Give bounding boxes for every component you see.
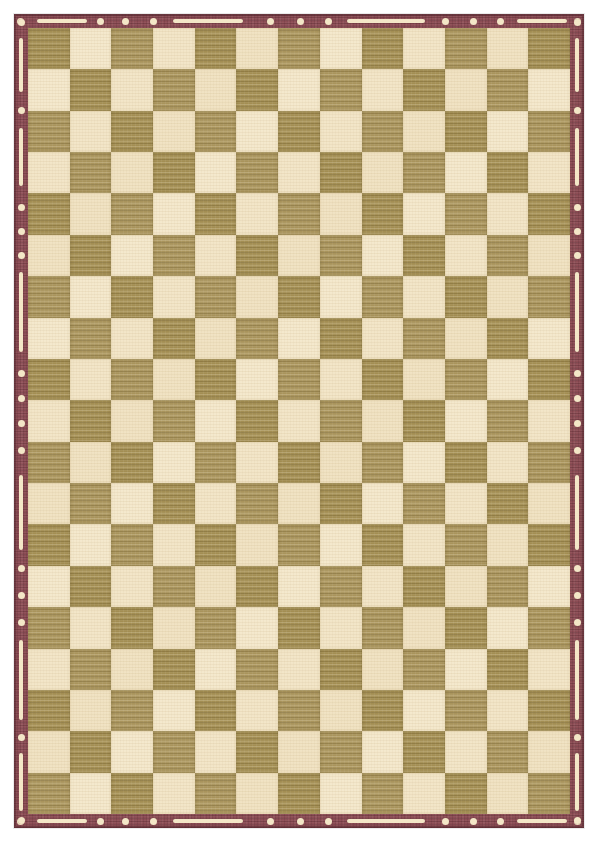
- board-square[interactable]: [278, 193, 320, 234]
- board-square[interactable]: [28, 318, 70, 359]
- board-square[interactable]: [362, 400, 404, 441]
- board-square[interactable]: [195, 524, 237, 565]
- board-square[interactable]: [195, 111, 237, 152]
- board-square[interactable]: [111, 607, 153, 648]
- board-square[interactable]: [236, 359, 278, 400]
- board-square[interactable]: [153, 193, 195, 234]
- board-square[interactable]: [362, 69, 404, 110]
- board-square[interactable]: [153, 442, 195, 483]
- board-square[interactable]: [195, 152, 237, 193]
- border-dot: [97, 818, 104, 825]
- board-square[interactable]: [153, 649, 195, 690]
- board-square[interactable]: [445, 690, 487, 731]
- board-square[interactable]: [528, 276, 570, 317]
- board-square[interactable]: [487, 483, 529, 524]
- board-square[interactable]: [445, 69, 487, 110]
- board-square[interactable]: [278, 773, 320, 814]
- board-square[interactable]: [362, 276, 404, 317]
- board-square[interactable]: [362, 483, 404, 524]
- board-square[interactable]: [528, 566, 570, 607]
- board-square[interactable]: [153, 235, 195, 276]
- board-square[interactable]: [362, 773, 404, 814]
- board-square[interactable]: [236, 566, 278, 607]
- board-square[interactable]: [445, 318, 487, 359]
- board-square[interactable]: [195, 442, 237, 483]
- board-square[interactable]: [111, 649, 153, 690]
- border-dash: [575, 128, 579, 186]
- board-square[interactable]: [195, 649, 237, 690]
- board-square[interactable]: [320, 773, 362, 814]
- board-square[interactable]: [28, 649, 70, 690]
- board-square[interactable]: [362, 607, 404, 648]
- board-square[interactable]: [70, 566, 112, 607]
- board-square[interactable]: [403, 276, 445, 317]
- board-square[interactable]: [403, 193, 445, 234]
- border-dot: [150, 18, 157, 25]
- board-square[interactable]: [195, 607, 237, 648]
- board-square[interactable]: [320, 442, 362, 483]
- border-dot: [497, 18, 504, 25]
- board-square[interactable]: [111, 276, 153, 317]
- board-square[interactable]: [236, 318, 278, 359]
- board-square[interactable]: [403, 524, 445, 565]
- board-square[interactable]: [362, 318, 404, 359]
- board-square[interactable]: [153, 607, 195, 648]
- board-square[interactable]: [445, 566, 487, 607]
- board-square[interactable]: [403, 607, 445, 648]
- board-square[interactable]: [236, 400, 278, 441]
- board-square[interactable]: [403, 235, 445, 276]
- board-square[interactable]: [28, 442, 70, 483]
- board-square[interactable]: [487, 607, 529, 648]
- board-square[interactable]: [445, 235, 487, 276]
- board-square[interactable]: [487, 524, 529, 565]
- board-square[interactable]: [28, 193, 70, 234]
- board-square[interactable]: [362, 690, 404, 731]
- board-square[interactable]: [111, 773, 153, 814]
- board-square[interactable]: [487, 566, 529, 607]
- border-dot: [18, 252, 25, 259]
- board-square[interactable]: [236, 773, 278, 814]
- board-square[interactable]: [111, 524, 153, 565]
- board-square[interactable]: [28, 152, 70, 193]
- board-square[interactable]: [153, 318, 195, 359]
- board-square[interactable]: [153, 276, 195, 317]
- board-square[interactable]: [28, 111, 70, 152]
- board-square[interactable]: [445, 111, 487, 152]
- board-square[interactable]: [528, 442, 570, 483]
- board-square[interactable]: [278, 28, 320, 69]
- border-dot: [470, 818, 477, 825]
- border-dot: [97, 18, 104, 25]
- board-square[interactable]: [362, 649, 404, 690]
- board-square[interactable]: [28, 773, 70, 814]
- board-square[interactable]: [195, 276, 237, 317]
- board-square[interactable]: [236, 235, 278, 276]
- board-square[interactable]: [528, 359, 570, 400]
- board-square[interactable]: [320, 649, 362, 690]
- board-square[interactable]: [111, 28, 153, 69]
- board-square[interactable]: [487, 152, 529, 193]
- board-square[interactable]: [153, 731, 195, 772]
- board-square[interactable]: [403, 28, 445, 69]
- board-square[interactable]: [278, 566, 320, 607]
- board-square[interactable]: [153, 566, 195, 607]
- board-square[interactable]: [528, 193, 570, 234]
- board-square[interactable]: [445, 607, 487, 648]
- board-square[interactable]: [320, 28, 362, 69]
- board-square[interactable]: [403, 773, 445, 814]
- border-dash: [575, 38, 579, 92]
- board-square[interactable]: [70, 649, 112, 690]
- board-square[interactable]: [28, 28, 70, 69]
- board-square[interactable]: [362, 152, 404, 193]
- board-square[interactable]: [278, 483, 320, 524]
- board-square[interactable]: [403, 152, 445, 193]
- board-square[interactable]: [70, 359, 112, 400]
- border-dash: [575, 475, 579, 550]
- board-square[interactable]: [70, 773, 112, 814]
- border-dot: [497, 818, 504, 825]
- board-square[interactable]: [153, 359, 195, 400]
- border-dot: [18, 592, 25, 599]
- board-square[interactable]: [70, 193, 112, 234]
- board-square[interactable]: [278, 400, 320, 441]
- board-square[interactable]: [195, 400, 237, 441]
- board-square[interactable]: [195, 318, 237, 359]
- board-square[interactable]: [445, 359, 487, 400]
- border-dot: [18, 565, 25, 572]
- border-dot: [297, 18, 304, 25]
- board-square[interactable]: [153, 152, 195, 193]
- board-square[interactable]: [195, 193, 237, 234]
- board-square[interactable]: [70, 318, 112, 359]
- board-square[interactable]: [111, 690, 153, 731]
- board-square[interactable]: [278, 524, 320, 565]
- board-square[interactable]: [320, 483, 362, 524]
- board-square[interactable]: [487, 28, 529, 69]
- board-square[interactable]: [528, 483, 570, 524]
- board-square[interactable]: [153, 690, 195, 731]
- board-square[interactable]: [403, 731, 445, 772]
- board-square[interactable]: [236, 69, 278, 110]
- board-square[interactable]: [278, 731, 320, 772]
- board-square[interactable]: [362, 111, 404, 152]
- board-square[interactable]: [70, 731, 112, 772]
- board-square[interactable]: [236, 442, 278, 483]
- board-square[interactable]: [487, 193, 529, 234]
- board-square[interactable]: [236, 152, 278, 193]
- border-dash: [37, 19, 87, 23]
- board-square[interactable]: [236, 193, 278, 234]
- board-square[interactable]: [153, 400, 195, 441]
- border-dot: [18, 619, 25, 626]
- board-square[interactable]: [111, 731, 153, 772]
- board-square[interactable]: [278, 442, 320, 483]
- board-square[interactable]: [403, 69, 445, 110]
- board-square[interactable]: [153, 28, 195, 69]
- border-dash: [575, 272, 579, 352]
- board-square[interactable]: [320, 524, 362, 565]
- border-dash: [173, 19, 243, 23]
- board-square[interactable]: [236, 649, 278, 690]
- board-square[interactable]: [70, 607, 112, 648]
- board-square[interactable]: [403, 690, 445, 731]
- border-dot: [574, 734, 581, 741]
- board-square[interactable]: [528, 28, 570, 69]
- board-square[interactable]: [70, 483, 112, 524]
- board-square[interactable]: [236, 111, 278, 152]
- board-square[interactable]: [236, 607, 278, 648]
- board-square[interactable]: [153, 69, 195, 110]
- border-dot: [122, 818, 129, 825]
- board-square[interactable]: [528, 318, 570, 359]
- board-square[interactable]: [445, 400, 487, 441]
- board-square[interactable]: [195, 731, 237, 772]
- board-square[interactable]: [195, 235, 237, 276]
- board-square[interactable]: [320, 276, 362, 317]
- board-square[interactable]: [111, 111, 153, 152]
- board-square[interactable]: [320, 111, 362, 152]
- board-square[interactable]: [28, 483, 70, 524]
- board-square[interactable]: [528, 690, 570, 731]
- board-square[interactable]: [153, 524, 195, 565]
- border-dash: [575, 753, 579, 811]
- board-square[interactable]: [487, 649, 529, 690]
- border-dot: [150, 818, 157, 825]
- board-square[interactable]: [70, 524, 112, 565]
- board-square[interactable]: [278, 111, 320, 152]
- board-square[interactable]: [28, 276, 70, 317]
- border-dot: [18, 107, 25, 114]
- board-square[interactable]: [528, 111, 570, 152]
- board-square[interactable]: [236, 731, 278, 772]
- border-dash: [347, 19, 425, 23]
- board-square[interactable]: [445, 649, 487, 690]
- board-square[interactable]: [236, 483, 278, 524]
- board-square[interactable]: [278, 69, 320, 110]
- board-square[interactable]: [528, 731, 570, 772]
- board-square[interactable]: [278, 318, 320, 359]
- board-square[interactable]: [28, 400, 70, 441]
- board-square[interactable]: [195, 773, 237, 814]
- board-square[interactable]: [445, 483, 487, 524]
- board-square[interactable]: [445, 773, 487, 814]
- board-square[interactable]: [70, 152, 112, 193]
- board-square[interactable]: [362, 28, 404, 69]
- board-square[interactable]: [403, 566, 445, 607]
- border-dot: [574, 565, 581, 572]
- board-square[interactable]: [320, 690, 362, 731]
- board-square[interactable]: [362, 731, 404, 772]
- board-square[interactable]: [28, 566, 70, 607]
- border-dot: [574, 395, 581, 402]
- border-dot: [122, 18, 129, 25]
- board-square[interactable]: [236, 524, 278, 565]
- border-dot: [18, 370, 25, 377]
- board-square[interactable]: [362, 566, 404, 607]
- board-square[interactable]: [320, 400, 362, 441]
- board-square[interactable]: [320, 69, 362, 110]
- board-square[interactable]: [487, 442, 529, 483]
- border-dash: [173, 819, 243, 823]
- board-square[interactable]: [362, 235, 404, 276]
- border-dot: [18, 817, 25, 824]
- board-square[interactable]: [487, 111, 529, 152]
- board-square[interactable]: [278, 235, 320, 276]
- board-square[interactable]: [195, 28, 237, 69]
- board-square[interactable]: [362, 442, 404, 483]
- border-dot: [470, 18, 477, 25]
- board-square[interactable]: [70, 28, 112, 69]
- board-square[interactable]: [111, 152, 153, 193]
- board-square[interactable]: [111, 359, 153, 400]
- board-square[interactable]: [403, 442, 445, 483]
- border-dash: [19, 640, 23, 720]
- border-dot: [574, 107, 581, 114]
- board-square[interactable]: [153, 773, 195, 814]
- board-square[interactable]: [528, 773, 570, 814]
- board-square[interactable]: [320, 235, 362, 276]
- board-square[interactable]: [28, 69, 70, 110]
- board-square[interactable]: [28, 731, 70, 772]
- board-square[interactable]: [445, 524, 487, 565]
- board-square[interactable]: [70, 111, 112, 152]
- board-square[interactable]: [403, 111, 445, 152]
- board-square[interactable]: [445, 152, 487, 193]
- board-square[interactable]: [320, 566, 362, 607]
- border-dot: [574, 252, 581, 259]
- board-square[interactable]: [28, 235, 70, 276]
- board-square[interactable]: [70, 400, 112, 441]
- board-square[interactable]: [195, 483, 237, 524]
- board-square[interactable]: [278, 649, 320, 690]
- board-square[interactable]: [320, 193, 362, 234]
- border-dash: [517, 19, 567, 23]
- board-square[interactable]: [487, 359, 529, 400]
- border-dash: [19, 272, 23, 352]
- board-square[interactable]: [528, 400, 570, 441]
- board-square[interactable]: [528, 649, 570, 690]
- board-square[interactable]: [362, 524, 404, 565]
- board-square[interactable]: [320, 318, 362, 359]
- board-square[interactable]: [195, 69, 237, 110]
- board-square[interactable]: [445, 193, 487, 234]
- board-square[interactable]: [111, 483, 153, 524]
- border-dash: [347, 819, 425, 823]
- board-square[interactable]: [28, 524, 70, 565]
- board-square[interactable]: [278, 152, 320, 193]
- checkerboard: [28, 28, 570, 814]
- board-square[interactable]: [70, 690, 112, 731]
- board-square[interactable]: [195, 690, 237, 731]
- board-square[interactable]: [195, 566, 237, 607]
- board-square[interactable]: [111, 566, 153, 607]
- board-square[interactable]: [445, 28, 487, 69]
- board-square[interactable]: [320, 607, 362, 648]
- board-square[interactable]: [278, 276, 320, 317]
- board-square[interactable]: [28, 359, 70, 400]
- board-square[interactable]: [28, 607, 70, 648]
- border-dash: [19, 38, 23, 92]
- board-square[interactable]: [528, 524, 570, 565]
- board-square[interactable]: [111, 193, 153, 234]
- board-square[interactable]: [403, 359, 445, 400]
- board-square[interactable]: [153, 111, 195, 152]
- board-square[interactable]: [320, 152, 362, 193]
- board-square[interactable]: [195, 359, 237, 400]
- board-square[interactable]: [278, 690, 320, 731]
- board-square[interactable]: [445, 276, 487, 317]
- board-square[interactable]: [528, 607, 570, 648]
- border-dash: [19, 753, 23, 811]
- board-square[interactable]: [236, 276, 278, 317]
- border-dot: [297, 818, 304, 825]
- board-square[interactable]: [403, 318, 445, 359]
- border-dash: [19, 475, 23, 550]
- border-dot: [267, 18, 274, 25]
- board-square[interactable]: [111, 318, 153, 359]
- board-square[interactable]: [111, 69, 153, 110]
- board-square[interactable]: [403, 483, 445, 524]
- board-square[interactable]: [362, 193, 404, 234]
- board-square[interactable]: [111, 400, 153, 441]
- board-square[interactable]: [320, 731, 362, 772]
- board-square[interactable]: [445, 731, 487, 772]
- border-dash: [575, 640, 579, 720]
- board-square[interactable]: [111, 235, 153, 276]
- border-dot: [18, 734, 25, 741]
- board-square[interactable]: [528, 235, 570, 276]
- board-square[interactable]: [528, 69, 570, 110]
- border-dot: [574, 204, 581, 211]
- border-dot: [574, 592, 581, 599]
- board-square[interactable]: [487, 318, 529, 359]
- board-square[interactable]: [70, 276, 112, 317]
- border-dot: [574, 420, 581, 427]
- board-square[interactable]: [236, 690, 278, 731]
- board-square[interactable]: [153, 483, 195, 524]
- board-square[interactable]: [320, 359, 362, 400]
- border-dot: [18, 447, 25, 454]
- board-square[interactable]: [70, 235, 112, 276]
- board-square[interactable]: [487, 690, 529, 731]
- board-square[interactable]: [111, 442, 153, 483]
- border-dot: [574, 19, 581, 26]
- board-square[interactable]: [236, 28, 278, 69]
- board-square[interactable]: [487, 235, 529, 276]
- border-dot: [18, 420, 25, 427]
- border-dot: [442, 818, 449, 825]
- board-square[interactable]: [278, 359, 320, 400]
- border-dot: [267, 818, 274, 825]
- board-square[interactable]: [445, 442, 487, 483]
- board-square[interactable]: [487, 400, 529, 441]
- board-square[interactable]: [362, 359, 404, 400]
- board-square[interactable]: [487, 731, 529, 772]
- board-square[interactable]: [403, 400, 445, 441]
- border-dash: [37, 819, 87, 823]
- board-square[interactable]: [278, 607, 320, 648]
- board-square[interactable]: [70, 69, 112, 110]
- board-square[interactable]: [487, 276, 529, 317]
- board-square[interactable]: [487, 69, 529, 110]
- board-square[interactable]: [487, 773, 529, 814]
- board-square[interactable]: [403, 649, 445, 690]
- board-square[interactable]: [528, 152, 570, 193]
- board-square[interactable]: [28, 690, 70, 731]
- board-square[interactable]: [70, 442, 112, 483]
